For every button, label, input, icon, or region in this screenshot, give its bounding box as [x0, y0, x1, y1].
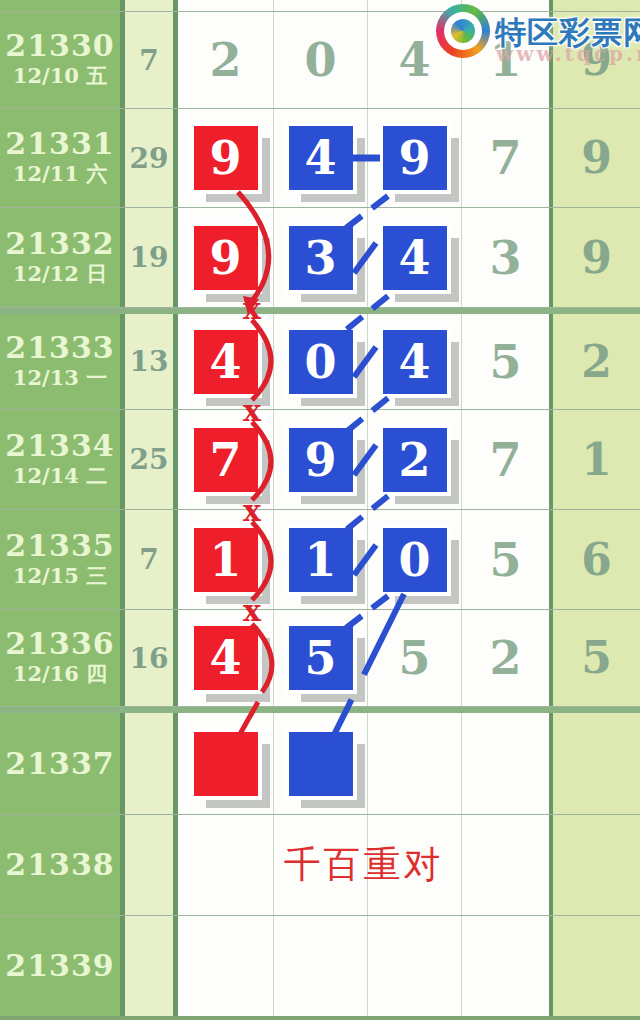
red-box: 9 — [194, 226, 258, 290]
row-21335: 21335 12/15 三 7 1 1 0 5 6 — [0, 510, 640, 610]
issue-cell: 21333 12/13 一 — [0, 314, 120, 409]
issue-cell: 21330 12/10 五 — [0, 12, 120, 108]
row-21333: 21333 12/13 一 13 4 0 4 5 2 — [0, 314, 640, 410]
red-box: 4 — [194, 330, 258, 394]
digit-cell: 2 — [178, 12, 273, 108]
issue-cell: 21339 — [0, 916, 120, 1016]
issue-cell: 21336 12/16 四 — [0, 610, 120, 706]
blue-box: 4 — [289, 126, 353, 190]
red-box: 1 — [194, 528, 258, 592]
issue-date: 12/10 五 — [13, 63, 107, 88]
blue-box: 4 — [383, 330, 447, 394]
blue-box: 4 — [383, 226, 447, 290]
logo-swirl-icon — [436, 4, 490, 58]
red-box: 4 — [194, 626, 258, 690]
blue-box: 0 — [383, 528, 447, 592]
issue-cell: 21332 12/12 日 — [0, 208, 120, 307]
blue-box: 3 — [289, 226, 353, 290]
blue-box: 0 — [289, 330, 353, 394]
red-box: 7 — [194, 428, 258, 492]
row-21338: 21338 千百重对 — [0, 815, 640, 916]
sum-value: 7 — [139, 44, 158, 77]
issue-cell: 21335 12/15 三 — [0, 510, 120, 609]
row-21337: 21337 — [0, 713, 640, 815]
lottery-trend-chart: 21330 12/10 五 7 2 0 4 1 9 21331 12/11 六 … — [0, 0, 640, 1020]
row-21339: 21339 — [0, 916, 640, 1020]
issue-cell: 21331 12/11 六 — [0, 109, 120, 207]
annotation-text: 千百重对 — [178, 840, 549, 890]
blue-box: 2 — [383, 428, 447, 492]
blue-box: 1 — [289, 528, 353, 592]
issue-cell: 21338 — [0, 815, 120, 915]
logo-title: 特区彩票网 — [495, 12, 640, 54]
blue-box-empty — [289, 732, 353, 796]
issue-number: 21330 — [5, 31, 114, 61]
red-box-empty — [194, 732, 258, 796]
row-21336: 21336 12/16 四 16 4 5 5 2 5 — [0, 610, 640, 707]
issue-cell: 21337 — [0, 713, 120, 814]
site-logo[interactable]: 特区彩票网 — [436, 4, 640, 58]
blue-box: 9 — [289, 428, 353, 492]
blue-box: 5 — [289, 626, 353, 690]
blue-box: 9 — [383, 126, 447, 190]
issue-cell: 21334 12/14 二 — [0, 410, 120, 509]
row-21332: 21332 12/12 日 19 9 3 4 3 9 — [0, 208, 640, 308]
red-box: 9 — [194, 126, 258, 190]
row-21334: 21334 12/14 二 25 7 9 2 7 1 — [0, 410, 640, 510]
digit-cell: 0 — [273, 12, 367, 108]
row-21331: 21331 12/11 六 29 9 4 9 7 9 — [0, 109, 640, 208]
